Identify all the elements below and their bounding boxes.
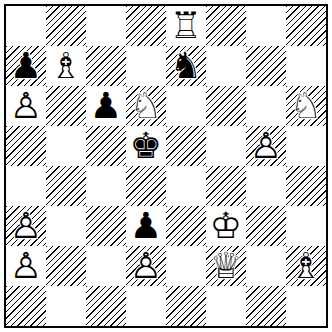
square-g1[interactable]: [246, 286, 286, 326]
square-e4[interactable]: [166, 166, 206, 206]
piece-glyph: ♙: [6, 86, 46, 126]
square-b6[interactable]: [46, 86, 86, 126]
square-c8[interactable]: [86, 6, 126, 46]
square-d8[interactable]: [126, 6, 166, 46]
square-h8[interactable]: [286, 6, 326, 46]
black-pawn-icon: ♟♟: [6, 46, 46, 86]
white-pawn-icon: ♟♙: [6, 246, 46, 286]
square-f8[interactable]: [206, 6, 246, 46]
square-f4[interactable]: [206, 166, 246, 206]
square-b3[interactable]: [46, 206, 86, 246]
square-f7[interactable]: [206, 46, 246, 86]
square-d7[interactable]: [126, 46, 166, 86]
square-f2[interactable]: ♛♕: [206, 246, 246, 286]
square-g6[interactable]: [246, 86, 286, 126]
square-a5[interactable]: [6, 126, 46, 166]
square-a4[interactable]: [6, 166, 46, 206]
square-b4[interactable]: [46, 166, 86, 206]
square-b8[interactable]: [46, 6, 86, 46]
white-queen-icon: ♛♕: [206, 246, 246, 286]
piece-glyph: ♟: [86, 86, 126, 126]
square-a6[interactable]: ♟♙: [6, 86, 46, 126]
black-pawn-icon: ♟♟: [126, 206, 166, 246]
white-king-icon: ♚♔: [206, 206, 246, 246]
square-h2[interactable]: ♝♗: [286, 246, 326, 286]
square-h1[interactable]: [286, 286, 326, 326]
square-g5[interactable]: ♟♙: [246, 126, 286, 166]
white-rook-icon: ♜♖: [166, 6, 206, 46]
square-b2[interactable]: [46, 246, 86, 286]
square-e5[interactable]: [166, 126, 206, 166]
piece-glyph: ♙: [6, 246, 46, 286]
piece-glyph: ♟: [6, 46, 46, 86]
square-d1[interactable]: [126, 286, 166, 326]
square-h7[interactable]: [286, 46, 326, 86]
square-g7[interactable]: [246, 46, 286, 86]
square-e3[interactable]: [166, 206, 206, 246]
piece-glyph: ♞: [166, 46, 206, 86]
piece-glyph: ♚: [126, 126, 166, 166]
square-e1[interactable]: [166, 286, 206, 326]
white-knight-icon: ♞♘: [126, 86, 166, 126]
square-e6[interactable]: [166, 86, 206, 126]
square-d2[interactable]: ♟♙: [126, 246, 166, 286]
white-pawn-icon: ♟♙: [6, 86, 46, 126]
square-h3[interactable]: [286, 206, 326, 246]
square-d6[interactable]: ♞♘: [126, 86, 166, 126]
piece-glyph: ♗: [286, 246, 326, 286]
piece-glyph: ♙: [126, 246, 166, 286]
square-c5[interactable]: [86, 126, 126, 166]
square-c2[interactable]: [86, 246, 126, 286]
white-bishop-icon: ♝♗: [286, 246, 326, 286]
square-f1[interactable]: [206, 286, 246, 326]
square-e2[interactable]: [166, 246, 206, 286]
white-pawn-icon: ♟♙: [126, 246, 166, 286]
square-b7[interactable]: ♝♗: [46, 46, 86, 86]
square-g4[interactable]: [246, 166, 286, 206]
square-e8[interactable]: ♜♖: [166, 6, 206, 46]
square-c3[interactable]: [86, 206, 126, 246]
piece-glyph: ♘: [126, 86, 166, 126]
chess-board: ♜♖♟♟♝♗♞♞♟♙♟♟♞♘♞♘♚♚♟♙♟♙♟♟♚♔♟♙♟♙♛♕♝♗: [4, 4, 328, 328]
piece-glyph: ♗: [46, 46, 86, 86]
black-king-icon: ♚♚: [126, 126, 166, 166]
square-e7[interactable]: ♞♞: [166, 46, 206, 86]
piece-glyph: ♕: [206, 246, 246, 286]
square-c7[interactable]: [86, 46, 126, 86]
square-c4[interactable]: [86, 166, 126, 206]
square-a8[interactable]: [6, 6, 46, 46]
white-pawn-icon: ♟♙: [6, 206, 46, 246]
white-knight-icon: ♞♘: [286, 86, 326, 126]
square-b5[interactable]: [46, 126, 86, 166]
black-knight-icon: ♞♞: [166, 46, 206, 86]
square-f6[interactable]: [206, 86, 246, 126]
square-f3[interactable]: ♚♔: [206, 206, 246, 246]
square-a2[interactable]: ♟♙: [6, 246, 46, 286]
square-h6[interactable]: ♞♘: [286, 86, 326, 126]
square-a3[interactable]: ♟♙: [6, 206, 46, 246]
square-g2[interactable]: [246, 246, 286, 286]
square-f5[interactable]: [206, 126, 246, 166]
square-c6[interactable]: ♟♟: [86, 86, 126, 126]
piece-glyph: ♖: [166, 6, 206, 46]
square-d3[interactable]: ♟♟: [126, 206, 166, 246]
square-h4[interactable]: [286, 166, 326, 206]
square-a1[interactable]: [6, 286, 46, 326]
piece-glyph: ♟: [126, 206, 166, 246]
black-pawn-icon: ♟♟: [86, 86, 126, 126]
piece-glyph: ♔: [206, 206, 246, 246]
square-h5[interactable]: [286, 126, 326, 166]
square-b1[interactable]: [46, 286, 86, 326]
square-g3[interactable]: [246, 206, 286, 246]
square-g8[interactable]: [246, 6, 286, 46]
chess-diagram-page: ♜♖♟♟♝♗♞♞♟♙♟♟♞♘♞♘♚♚♟♙♟♙♟♟♚♔♟♙♟♙♛♕♝♗: [0, 0, 332, 332]
white-pawn-icon: ♟♙: [246, 126, 286, 166]
square-c1[interactable]: [86, 286, 126, 326]
square-a7[interactable]: ♟♟: [6, 46, 46, 86]
piece-glyph: ♘: [286, 86, 326, 126]
piece-glyph: ♙: [6, 206, 46, 246]
white-bishop-icon: ♝♗: [46, 46, 86, 86]
square-d5[interactable]: ♚♚: [126, 126, 166, 166]
piece-glyph: ♙: [246, 126, 286, 166]
square-d4[interactable]: [126, 166, 166, 206]
